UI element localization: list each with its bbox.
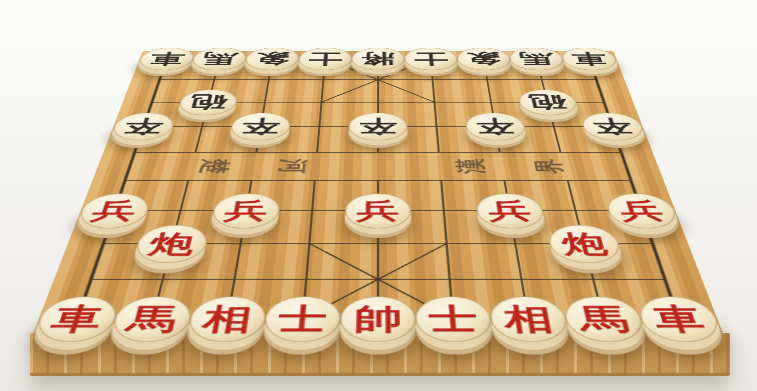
intersection-i4[interactable] [595,166,668,195]
piece-red-elephant[interactable]: 相 [185,296,268,342]
intersection-e8[interactable] [350,69,406,91]
intersection-e5[interactable] [347,139,409,166]
piece-glyph: 士 [307,52,342,66]
piece-black-cannon[interactable]: 砲 [176,90,239,116]
piece-red-cannon[interactable]: 炮 [546,225,625,263]
intersection-g5[interactable] [468,139,533,166]
intersection-f8[interactable] [405,69,461,91]
piece-glyph: 帥 [353,304,402,333]
intersection-d3[interactable] [277,195,346,227]
intersection-b3[interactable] [143,195,217,227]
piece-black-advisor[interactable]: 士 [404,48,459,70]
piece-black-cannon[interactable]: 砲 [517,90,580,116]
intersection-b4[interactable] [152,166,223,195]
intersection-f6[interactable] [407,114,468,139]
piece-glyph: 相 [502,304,556,333]
piece-glyph: 卒 [591,117,635,135]
intersection-b9[interactable]: 馬 [190,49,248,69]
intersection-f9[interactable]: 士 [404,49,459,69]
piece-glyph: 車 [147,52,186,66]
intersection-a5[interactable] [99,139,169,166]
intersection-h9[interactable]: 馬 [508,49,566,69]
intersection-a1[interactable] [48,261,133,299]
piece-black-chariot[interactable]: 車 [136,48,197,70]
intersection-a6[interactable]: 卒 [109,114,176,139]
piece-red-elephant[interactable]: 相 [488,296,571,342]
intersection-f7[interactable] [406,91,465,114]
intersection-a8[interactable] [128,69,190,91]
intersection-d4[interactable] [281,166,347,195]
piece-glyph: 馬 [201,52,239,66]
intersection-h4[interactable] [533,166,604,195]
intersection-h2[interactable]: 炮 [546,227,624,261]
piece-black-soldier[interactable]: 卒 [228,113,291,141]
intersection-g0[interactable]: 相 [488,299,570,340]
piece-glyph: 將 [361,52,395,66]
intersection-i5[interactable] [587,139,657,166]
piece-glyph: 砲 [188,94,229,111]
piece-black-soldier[interactable]: 卒 [109,113,177,141]
intersection-i8[interactable] [566,69,628,91]
piece-glyph: 卒 [475,117,516,135]
piece-red-general[interactable]: 帥 [339,296,416,342]
piece-glyph: 兵 [617,199,667,222]
piece-red-horse[interactable]: 馬 [108,296,195,342]
piece-red-advisor[interactable]: 士 [415,296,494,342]
intersection-f4[interactable] [409,166,475,195]
intersection-d6[interactable] [288,114,349,139]
piece-black-chariot[interactable]: 車 [559,48,620,70]
piece-glyph: 馬 [576,304,632,333]
piece-black-soldier[interactable]: 卒 [348,113,408,141]
piece-red-soldier[interactable]: 兵 [75,194,153,229]
intersection-b1[interactable] [121,261,202,299]
intersection-e7[interactable] [349,91,407,114]
intersection-f0[interactable]: 士 [415,299,494,340]
piece-glyph: 兵 [356,199,399,222]
piece-glyph: 車 [650,304,709,333]
intersection-g2[interactable] [479,227,554,261]
intersection-f3[interactable] [410,195,479,227]
intersection-h6[interactable] [522,114,587,139]
intersection-b6[interactable] [169,114,234,139]
intersection-h5[interactable] [527,139,595,166]
piece-red-soldier[interactable]: 兵 [210,194,282,229]
intersection-i2[interactable] [613,227,693,261]
intersection-d7[interactable] [292,91,351,114]
intersection-h8[interactable] [512,69,572,91]
intersection-a7[interactable] [119,91,184,114]
intersection-c4[interactable] [217,166,285,195]
piece-glyph: 象 [254,52,291,66]
intersection-f1[interactable] [413,261,488,299]
intersection-d0[interactable]: 士 [263,299,342,340]
piece-glyph: 相 [201,304,255,333]
intersection-e1[interactable] [341,261,414,299]
piece-glyph: 車 [48,304,107,333]
piece-red-advisor[interactable]: 士 [262,296,341,342]
piece-red-soldier[interactable]: 兵 [475,194,547,229]
intersection-c5[interactable] [223,139,288,166]
intersection-d9[interactable]: 士 [297,49,352,69]
piece-red-soldier[interactable]: 兵 [344,194,411,229]
intersection-a9[interactable]: 車 [136,49,196,69]
piece-glyph: 炮 [559,231,610,256]
intersection-d2[interactable] [273,227,345,261]
intersection-h7[interactable]: 砲 [517,91,580,114]
intersection-f2[interactable] [412,227,484,261]
intersection-i1[interactable] [624,261,709,299]
intersection-e9[interactable]: 將 [351,49,405,69]
xiangqi-scene: 楚 河 漢 界 車馬象士將士象馬車砲砲卒卒卒卒卒兵兵兵兵兵炮炮車馬相士帥士相馬車 [0,0,757,391]
intersection-e4[interactable] [346,166,411,195]
piece-glyph: 兵 [487,199,533,222]
intersection-a0[interactable]: 車 [32,299,121,340]
piece-glyph: 砲 [527,94,568,111]
intersection-g9[interactable]: 象 [456,49,512,69]
intersection-c9[interactable]: 象 [244,49,300,69]
piece-glyph: 馬 [124,304,180,333]
intersection-d8[interactable] [295,69,351,91]
piece-glyph: 車 [570,52,609,66]
intersection-i7[interactable] [572,91,637,114]
intersection-i6[interactable]: 卒 [579,114,646,139]
piece-glyph: 卒 [240,117,281,135]
intersection-h1[interactable] [553,261,634,299]
intersection-i3[interactable]: 兵 [604,195,681,227]
intersection-b8[interactable] [184,69,244,91]
intersection-c8[interactable] [239,69,297,91]
piece-glyph: 兵 [223,199,269,222]
intersection-a3[interactable]: 兵 [76,195,153,227]
intersection-c1[interactable] [195,261,273,299]
piece-black-horse[interactable]: 馬 [190,48,249,70]
piece-black-soldier[interactable]: 卒 [579,113,647,141]
intersection-e6[interactable]: 卒 [348,114,408,139]
piece-glyph: 士 [413,52,448,66]
piece-glyph: 士 [277,304,328,333]
intersection-c2[interactable] [203,227,278,261]
intersection-g4[interactable] [471,166,539,195]
intersection-e3[interactable]: 兵 [344,195,411,227]
intersection-c0[interactable]: 相 [186,299,268,340]
intersection-c3[interactable]: 兵 [210,195,281,227]
piece-black-soldier[interactable]: 卒 [464,113,527,141]
piece-black-horse[interactable]: 馬 [508,48,567,70]
intersection-g6[interactable]: 卒 [464,114,527,139]
piece-glyph: 炮 [146,231,197,256]
intersection-b0[interactable]: 馬 [109,299,195,340]
intersection-g7[interactable] [461,91,522,114]
piece-glyph: 士 [428,304,479,333]
xiangqi-board: 楚 河 漢 界 車馬象士將士象馬車砲砲卒卒卒卒卒兵兵兵兵兵炮炮車馬相士帥士相馬車 [33,51,724,334]
intersection-a2[interactable] [62,227,142,261]
piece-red-chariot[interactable]: 車 [31,296,122,342]
piece-black-advisor[interactable]: 士 [297,48,352,70]
piece-red-soldier[interactable]: 兵 [603,194,681,229]
intersection-i0[interactable]: 車 [635,299,724,340]
intersection-b5[interactable] [161,139,229,166]
intersection-g3[interactable]: 兵 [475,195,546,227]
piece-glyph: 卒 [121,117,165,135]
piece-red-cannon[interactable]: 炮 [132,225,211,263]
piece-black-elephant[interactable]: 象 [244,48,301,70]
intersection-d1[interactable] [268,261,343,299]
intersection-d5[interactable] [285,139,348,166]
intersection-e0[interactable]: 帥 [340,299,417,340]
intersection-b7[interactable]: 砲 [177,91,240,114]
intersection-b2[interactable]: 炮 [132,227,210,261]
intersection-h0[interactable]: 馬 [561,299,647,340]
intersection-a4[interactable] [88,166,161,195]
piece-red-horse[interactable]: 馬 [561,296,648,342]
piece-glyph: 兵 [89,199,139,222]
board-grid: 車馬象士將士象馬車砲砲卒卒卒卒卒兵兵兵兵兵炮炮車馬相士帥士相馬車 [32,49,724,340]
intersection-i9[interactable]: 車 [560,49,620,69]
intersection-g8[interactable] [459,69,517,91]
piece-black-elephant[interactable]: 象 [456,48,513,70]
intersection-f5[interactable] [408,139,471,166]
intersection-e2[interactable] [343,227,413,261]
intersection-c6[interactable]: 卒 [229,114,292,139]
piece-glyph: 象 [466,52,503,66]
piece-black-general[interactable]: 將 [351,48,405,70]
intersection-h3[interactable] [539,195,613,227]
intersection-g1[interactable] [483,261,561,299]
piece-glyph: 馬 [518,52,556,66]
intersection-c7[interactable] [234,91,295,114]
piece-glyph: 卒 [359,117,397,135]
